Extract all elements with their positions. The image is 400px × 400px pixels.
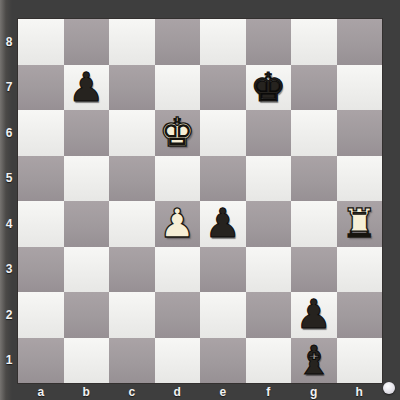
square-e2[interactable] <box>200 292 246 338</box>
square-d7[interactable] <box>155 65 201 111</box>
square-h3[interactable] <box>337 247 383 293</box>
square-f3[interactable] <box>246 247 292 293</box>
square-h4[interactable]: ♜ <box>337 201 383 247</box>
square-a5[interactable] <box>18 156 64 202</box>
square-d3[interactable] <box>155 247 201 293</box>
square-e1[interactable] <box>200 338 246 384</box>
square-f4[interactable] <box>246 201 292 247</box>
piece-black-pawn[interactable]: ♟ <box>68 65 104 110</box>
rank-label-4: 4 <box>0 201 18 247</box>
piece-black-pawn[interactable]: ♟ <box>205 201 241 246</box>
piece-black-pawn[interactable]: ♟ <box>296 292 332 337</box>
piece-white-rook[interactable]: ♜ <box>341 201 377 246</box>
square-b2[interactable] <box>64 292 110 338</box>
square-g6[interactable] <box>291 110 337 156</box>
rank-label-8: 8 <box>0 19 18 65</box>
file-label-e: e <box>200 384 246 399</box>
square-f1[interactable] <box>246 338 292 384</box>
square-h1[interactable] <box>337 338 383 384</box>
square-a7[interactable] <box>18 65 64 111</box>
piece-black-bishop[interactable]: ♝ <box>296 338 332 383</box>
rank-label-6: 6 <box>0 110 18 156</box>
piece-white-pawn[interactable]: ♟ <box>159 201 195 246</box>
square-b4[interactable] <box>64 201 110 247</box>
square-f6[interactable] <box>246 110 292 156</box>
board-frame: 87654321 ♟♚♚♟♟♜♟♝ abcdefgh <box>0 0 400 400</box>
square-f7[interactable]: ♚ <box>246 65 292 111</box>
file-label-f: f <box>246 384 292 399</box>
square-c4[interactable] <box>109 201 155 247</box>
square-e6[interactable] <box>200 110 246 156</box>
square-g2[interactable]: ♟ <box>291 292 337 338</box>
file-label-c: c <box>109 384 155 399</box>
square-h2[interactable] <box>337 292 383 338</box>
square-c2[interactable] <box>109 292 155 338</box>
file-label-d: d <box>155 384 201 399</box>
square-e7[interactable] <box>200 65 246 111</box>
square-c8[interactable] <box>109 19 155 65</box>
square-g3[interactable] <box>291 247 337 293</box>
file-label-h: h <box>337 384 383 399</box>
square-d1[interactable] <box>155 338 201 384</box>
square-a3[interactable] <box>18 247 64 293</box>
square-b1[interactable] <box>64 338 110 384</box>
square-g1[interactable]: ♝ <box>291 338 337 384</box>
square-d5[interactable] <box>155 156 201 202</box>
rank-label-3: 3 <box>0 247 18 293</box>
square-b8[interactable] <box>64 19 110 65</box>
square-c6[interactable] <box>109 110 155 156</box>
square-g8[interactable] <box>291 19 337 65</box>
piece-black-king[interactable]: ♚ <box>250 65 286 110</box>
square-a8[interactable] <box>18 19 64 65</box>
square-b3[interactable] <box>64 247 110 293</box>
square-a4[interactable] <box>18 201 64 247</box>
square-h5[interactable] <box>337 156 383 202</box>
square-a2[interactable] <box>18 292 64 338</box>
square-d8[interactable] <box>155 19 201 65</box>
square-f8[interactable] <box>246 19 292 65</box>
square-e4[interactable]: ♟ <box>200 201 246 247</box>
square-g4[interactable] <box>291 201 337 247</box>
square-d6[interactable]: ♚ <box>155 110 201 156</box>
rank-labels: 87654321 <box>0 19 18 383</box>
file-label-a: a <box>18 384 64 399</box>
rank-label-2: 2 <box>0 292 18 338</box>
rank-label-7: 7 <box>0 65 18 111</box>
square-e8[interactable] <box>200 19 246 65</box>
square-b5[interactable] <box>64 156 110 202</box>
square-d2[interactable] <box>155 292 201 338</box>
square-f2[interactable] <box>246 292 292 338</box>
chess-board[interactable]: ♟♚♚♟♟♜♟♝ <box>18 19 382 383</box>
square-c1[interactable] <box>109 338 155 384</box>
file-labels: abcdefgh <box>18 384 382 399</box>
square-e3[interactable] <box>200 247 246 293</box>
square-h8[interactable] <box>337 19 383 65</box>
file-label-b: b <box>64 384 110 399</box>
file-label-g: g <box>291 384 337 399</box>
square-g5[interactable] <box>291 156 337 202</box>
square-g7[interactable] <box>291 65 337 111</box>
square-b7[interactable]: ♟ <box>64 65 110 111</box>
square-e5[interactable] <box>200 156 246 202</box>
piece-white-king[interactable]: ♚ <box>159 110 195 155</box>
square-h7[interactable] <box>337 65 383 111</box>
rank-label-1: 1 <box>0 338 18 384</box>
square-b6[interactable] <box>64 110 110 156</box>
rank-label-5: 5 <box>0 156 18 202</box>
square-a1[interactable] <box>18 338 64 384</box>
square-c5[interactable] <box>109 156 155 202</box>
white-to-move-indicator <box>383 382 395 394</box>
square-c3[interactable] <box>109 247 155 293</box>
square-a6[interactable] <box>18 110 64 156</box>
square-h6[interactable] <box>337 110 383 156</box>
square-c7[interactable] <box>109 65 155 111</box>
square-d4[interactable]: ♟ <box>155 201 201 247</box>
square-f5[interactable] <box>246 156 292 202</box>
